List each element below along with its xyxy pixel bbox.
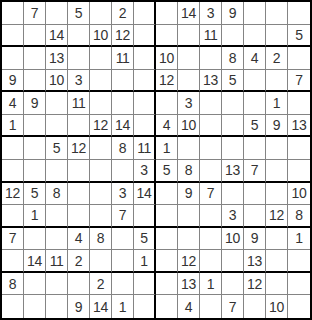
cell-r11c13[interactable] xyxy=(266,228,288,251)
cell-r12c9[interactable]: 12 xyxy=(178,250,200,273)
cell-r10c9[interactable] xyxy=(178,205,200,228)
cell-r10c2[interactable]: 1 xyxy=(24,205,46,228)
cell-r13c9[interactable]: 13 xyxy=(178,273,200,296)
cell-r13c13[interactable] xyxy=(266,273,288,296)
cell-r9c4[interactable] xyxy=(68,183,90,206)
cell-r12c8[interactable] xyxy=(156,250,178,273)
cell-r7c9[interactable] xyxy=(178,137,200,160)
cell-r8c1[interactable] xyxy=(2,160,24,183)
cell-r11c10[interactable] xyxy=(200,228,222,251)
cell-r14c4[interactable]: 9 xyxy=(68,295,90,318)
cell-r5c10[interactable] xyxy=(200,92,222,115)
cell-r6c3[interactable] xyxy=(46,115,68,138)
cell-r11c1[interactable]: 7 xyxy=(2,228,24,251)
cell-r5c13[interactable]: 1 xyxy=(266,92,288,115)
cell-r13c6[interactable] xyxy=(112,273,134,296)
cell-r5c12[interactable] xyxy=(244,92,266,115)
cell-r2c14[interactable]: 5 xyxy=(288,25,310,48)
cell-r11c8[interactable] xyxy=(156,228,178,251)
cell-r13c1[interactable]: 8 xyxy=(2,273,24,296)
cell-r8c5[interactable] xyxy=(90,160,112,183)
cell-r11c2[interactable] xyxy=(24,228,46,251)
cell-r7c10[interactable] xyxy=(200,137,222,160)
cell-r6c12[interactable]: 5 xyxy=(244,115,266,138)
cell-r11c12[interactable]: 9 xyxy=(244,228,266,251)
cell-r4c9[interactable] xyxy=(178,70,200,93)
cell-r3c11[interactable]: 8 xyxy=(222,47,244,70)
cell-r9c5[interactable] xyxy=(90,183,112,206)
cell-r3c9[interactable] xyxy=(178,47,200,70)
cell-r1c8[interactable] xyxy=(156,2,178,25)
cell-r3c8[interactable]: 10 xyxy=(156,47,178,70)
cell-r6c5[interactable]: 12 xyxy=(90,115,112,138)
cell-r5c9[interactable]: 3 xyxy=(178,92,200,115)
cell-r14c9[interactable]: 4 xyxy=(178,295,200,318)
cell-r14c11[interactable]: 7 xyxy=(222,295,244,318)
cell-r7c4[interactable]: 12 xyxy=(68,137,90,160)
cell-r4c4[interactable]: 3 xyxy=(68,70,90,93)
cell-r11c3[interactable] xyxy=(46,228,68,251)
cell-r5c5[interactable] xyxy=(90,92,112,115)
cell-r3c4[interactable] xyxy=(68,47,90,70)
cell-r6c9[interactable]: 10 xyxy=(178,115,200,138)
cell-r12c14[interactable] xyxy=(288,250,310,273)
cell-r1c4[interactable]: 5 xyxy=(68,2,90,25)
cell-r10c8[interactable] xyxy=(156,205,178,228)
cell-r7c7[interactable]: 11 xyxy=(134,137,156,160)
cell-r1c14[interactable] xyxy=(288,2,310,25)
cell-r1c5[interactable] xyxy=(90,2,112,25)
cell-r14c2[interactable] xyxy=(24,295,46,318)
cell-r8c2[interactable] xyxy=(24,160,46,183)
cell-r6c7[interactable] xyxy=(134,115,156,138)
cell-r2c8[interactable] xyxy=(156,25,178,48)
cell-r2c13[interactable] xyxy=(266,25,288,48)
cell-r5c2[interactable]: 9 xyxy=(24,92,46,115)
cell-r1c2[interactable]: 7 xyxy=(24,2,46,25)
cell-r3c7[interactable] xyxy=(134,47,156,70)
cell-r13c12[interactable]: 12 xyxy=(244,273,266,296)
cell-r8c12[interactable]: 7 xyxy=(244,160,266,183)
cell-r12c4[interactable]: 2 xyxy=(68,250,90,273)
cell-r9c9[interactable]: 9 xyxy=(178,183,200,206)
cell-r14c12[interactable] xyxy=(244,295,266,318)
cell-r13c8[interactable] xyxy=(156,273,178,296)
cell-r1c1[interactable] xyxy=(2,2,24,25)
cell-r4c5[interactable] xyxy=(90,70,112,93)
cell-r5c6[interactable] xyxy=(112,92,134,115)
cell-r2c12[interactable] xyxy=(244,25,266,48)
cell-r4c1[interactable]: 9 xyxy=(2,70,24,93)
cell-r13c3[interactable] xyxy=(46,273,68,296)
cell-r11c14[interactable]: 1 xyxy=(288,228,310,251)
cell-r4c10[interactable]: 13 xyxy=(200,70,222,93)
cell-r13c4[interactable] xyxy=(68,273,90,296)
cell-r11c5[interactable]: 8 xyxy=(90,228,112,251)
cell-r11c4[interactable]: 4 xyxy=(68,228,90,251)
cell-r4c3[interactable]: 10 xyxy=(46,70,68,93)
cell-r7c11[interactable] xyxy=(222,137,244,160)
cell-r4c14[interactable]: 7 xyxy=(288,70,310,93)
cell-r7c3[interactable]: 5 xyxy=(46,137,68,160)
cell-r12c11[interactable] xyxy=(222,250,244,273)
cell-r9c10[interactable]: 7 xyxy=(200,183,222,206)
cell-r9c11[interactable] xyxy=(222,183,244,206)
cell-r5c1[interactable]: 4 xyxy=(2,92,24,115)
cell-r13c10[interactable]: 1 xyxy=(200,273,222,296)
cell-r4c12[interactable] xyxy=(244,70,266,93)
cell-r2c1[interactable] xyxy=(2,25,24,48)
cell-r11c9[interactable] xyxy=(178,228,200,251)
cell-r6c13[interactable]: 9 xyxy=(266,115,288,138)
cell-r4c7[interactable] xyxy=(134,70,156,93)
cell-r10c11[interactable]: 3 xyxy=(222,205,244,228)
cell-r4c2[interactable] xyxy=(24,70,46,93)
cell-r2c7[interactable] xyxy=(134,25,156,48)
cell-r4c8[interactable]: 12 xyxy=(156,70,178,93)
cell-r6c4[interactable] xyxy=(68,115,90,138)
cell-r13c7[interactable] xyxy=(134,273,156,296)
cell-r7c8[interactable]: 1 xyxy=(156,137,178,160)
cell-r10c12[interactable] xyxy=(244,205,266,228)
sudoku-board: 7521439141012115131110842910312135749113… xyxy=(0,0,312,320)
cell-r11c11[interactable]: 10 xyxy=(222,228,244,251)
cell-r14c1[interactable] xyxy=(2,295,24,318)
cell-r8c8[interactable]: 5 xyxy=(156,160,178,183)
cell-r8c6[interactable] xyxy=(112,160,134,183)
cell-r3c2[interactable] xyxy=(24,47,46,70)
cell-r7c1[interactable] xyxy=(2,137,24,160)
cell-r7c12[interactable] xyxy=(244,137,266,160)
cell-r12c6[interactable] xyxy=(112,250,134,273)
cell-r10c6[interactable]: 7 xyxy=(112,205,134,228)
cell-r12c2[interactable]: 14 xyxy=(24,250,46,273)
cell-r9c12[interactable] xyxy=(244,183,266,206)
cell-r6c10[interactable] xyxy=(200,115,222,138)
cell-r13c5[interactable]: 2 xyxy=(90,273,112,296)
cell-r6c1[interactable]: 1 xyxy=(2,115,24,138)
cell-r9c13[interactable] xyxy=(266,183,288,206)
cell-r8c9[interactable]: 8 xyxy=(178,160,200,183)
cell-r10c10[interactable] xyxy=(200,205,222,228)
cell-r6c14[interactable]: 13 xyxy=(288,115,310,138)
cell-r3c14[interactable] xyxy=(288,47,310,70)
cell-r12c3[interactable]: 11 xyxy=(46,250,68,273)
cell-r2c6[interactable]: 12 xyxy=(112,25,134,48)
cell-r10c5[interactable] xyxy=(90,205,112,228)
cell-r9c2[interactable]: 5 xyxy=(24,183,46,206)
cell-r8c7[interactable]: 3 xyxy=(134,160,156,183)
cell-r12c1[interactable] xyxy=(2,250,24,273)
cell-r2c9[interactable] xyxy=(178,25,200,48)
cell-r7c14[interactable] xyxy=(288,137,310,160)
cell-r10c3[interactable] xyxy=(46,205,68,228)
cell-r1c7[interactable] xyxy=(134,2,156,25)
cell-r10c13[interactable]: 12 xyxy=(266,205,288,228)
cell-r12c5[interactable] xyxy=(90,250,112,273)
cell-r9c1[interactable]: 12 xyxy=(2,183,24,206)
cell-r9c14[interactable]: 10 xyxy=(288,183,310,206)
cell-r12c7[interactable]: 1 xyxy=(134,250,156,273)
cell-r12c13[interactable] xyxy=(266,250,288,273)
cell-r10c1[interactable] xyxy=(2,205,24,228)
cell-r8c3[interactable] xyxy=(46,160,68,183)
cell-r1c11[interactable]: 9 xyxy=(222,2,244,25)
cell-r7c6[interactable]: 8 xyxy=(112,137,134,160)
cell-r2c11[interactable] xyxy=(222,25,244,48)
cell-r9c7[interactable]: 14 xyxy=(134,183,156,206)
cell-r14c8[interactable] xyxy=(156,295,178,318)
cell-r14c3[interactable] xyxy=(46,295,68,318)
cell-r8c13[interactable] xyxy=(266,160,288,183)
cell-r5c7[interactable] xyxy=(134,92,156,115)
cell-r14c14[interactable] xyxy=(288,295,310,318)
cell-r14c10[interactable] xyxy=(200,295,222,318)
cell-r8c14[interactable] xyxy=(288,160,310,183)
cell-r5c8[interactable] xyxy=(156,92,178,115)
cell-r2c2[interactable] xyxy=(24,25,46,48)
cell-r3c13[interactable]: 2 xyxy=(266,47,288,70)
cell-r8c11[interactable]: 13 xyxy=(222,160,244,183)
cell-r3c10[interactable] xyxy=(200,47,222,70)
cell-r7c13[interactable] xyxy=(266,137,288,160)
cell-r8c10[interactable] xyxy=(200,160,222,183)
cell-r13c14[interactable] xyxy=(288,273,310,296)
cell-r6c8[interactable]: 4 xyxy=(156,115,178,138)
cell-r5c3[interactable] xyxy=(46,92,68,115)
cell-r5c14[interactable] xyxy=(288,92,310,115)
cell-r1c6[interactable]: 2 xyxy=(112,2,134,25)
cell-r4c6[interactable] xyxy=(112,70,134,93)
cell-r5c4[interactable]: 11 xyxy=(68,92,90,115)
cell-r3c6[interactable]: 11 xyxy=(112,47,134,70)
cell-r8c4[interactable] xyxy=(68,160,90,183)
cell-r9c8[interactable] xyxy=(156,183,178,206)
cell-r6c11[interactable] xyxy=(222,115,244,138)
cell-r3c12[interactable]: 4 xyxy=(244,47,266,70)
cell-r7c2[interactable] xyxy=(24,137,46,160)
cell-r14c6[interactable]: 1 xyxy=(112,295,134,318)
cell-r3c3[interactable]: 13 xyxy=(46,47,68,70)
cell-r10c4[interactable] xyxy=(68,205,90,228)
cell-r3c5[interactable] xyxy=(90,47,112,70)
cell-r2c5[interactable]: 10 xyxy=(90,25,112,48)
cell-r10c14[interactable]: 8 xyxy=(288,205,310,228)
cell-r7c5[interactable] xyxy=(90,137,112,160)
cell-r5c11[interactable] xyxy=(222,92,244,115)
cell-r3c1[interactable] xyxy=(2,47,24,70)
cell-r14c13[interactable]: 10 xyxy=(266,295,288,318)
cell-r9c3[interactable]: 8 xyxy=(46,183,68,206)
cell-r2c4[interactable] xyxy=(68,25,90,48)
cell-r1c12[interactable] xyxy=(244,2,266,25)
cell-r6c6[interactable]: 14 xyxy=(112,115,134,138)
cell-r2c3[interactable]: 14 xyxy=(46,25,68,48)
cell-r2c10[interactable]: 11 xyxy=(200,25,222,48)
cell-r13c2[interactable] xyxy=(24,273,46,296)
cell-r10c7[interactable] xyxy=(134,205,156,228)
cell-r11c6[interactable] xyxy=(112,228,134,251)
cell-r14c7[interactable] xyxy=(134,295,156,318)
cell-r12c10[interactable] xyxy=(200,250,222,273)
cell-r4c11[interactable]: 5 xyxy=(222,70,244,93)
cell-r6c2[interactable] xyxy=(24,115,46,138)
cell-r13c11[interactable] xyxy=(222,273,244,296)
cell-r11c7[interactable]: 5 xyxy=(134,228,156,251)
cell-r1c3[interactable] xyxy=(46,2,68,25)
cell-r1c10[interactable]: 3 xyxy=(200,2,222,25)
cell-r1c13[interactable] xyxy=(266,2,288,25)
cell-r4c13[interactable] xyxy=(266,70,288,93)
cell-r12c12[interactable]: 13 xyxy=(244,250,266,273)
cell-r9c6[interactable]: 3 xyxy=(112,183,134,206)
cell-r14c5[interactable]: 14 xyxy=(90,295,112,318)
cell-r1c9[interactable]: 14 xyxy=(178,2,200,25)
